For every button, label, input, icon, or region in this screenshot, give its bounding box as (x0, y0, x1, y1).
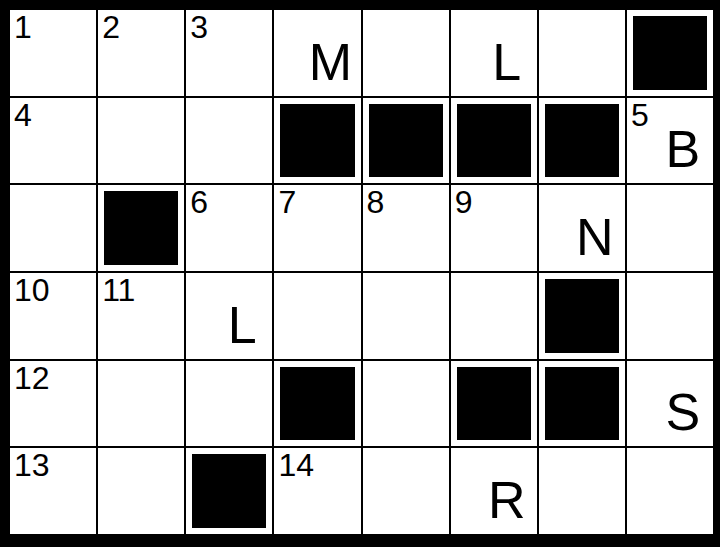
cell-letter: R (488, 474, 526, 526)
block-square (192, 454, 266, 528)
crossword-board: 123ML45B6789N1011L12S1314R (0, 0, 720, 547)
block-square (545, 367, 619, 441)
clue-number: 6 (190, 186, 208, 218)
white-cell-r1c5[interactable] (363, 10, 449, 96)
white-cell-r5c8[interactable]: S (627, 361, 713, 447)
block-cell-r2c5 (363, 98, 449, 184)
cell-letter: N (576, 211, 614, 263)
white-cell-r2c3[interactable] (186, 98, 272, 184)
clue-number: 9 (455, 186, 473, 218)
white-cell-r2c2[interactable] (98, 98, 184, 184)
block-square (545, 104, 619, 178)
white-cell-r4c3[interactable]: L (186, 273, 272, 359)
white-cell-r5c3[interactable] (186, 361, 272, 447)
block-square (457, 367, 531, 441)
white-cell-r2c8[interactable]: 5B (627, 98, 713, 184)
clue-number: 13 (14, 449, 50, 481)
clue-number: 2 (102, 11, 120, 43)
white-cell-r3c6[interactable]: 9 (451, 185, 537, 271)
block-cell-r3c2 (98, 185, 184, 271)
block-cell-r1c8 (627, 10, 713, 96)
white-cell-r6c4[interactable]: 14 (274, 448, 360, 534)
white-cell-r5c5[interactable] (363, 361, 449, 447)
white-cell-r1c7[interactable] (539, 10, 625, 96)
cell-letter: L (228, 299, 257, 351)
white-cell-r3c8[interactable] (627, 185, 713, 271)
white-cell-r5c2[interactable] (98, 361, 184, 447)
block-cell-r5c4 (274, 361, 360, 447)
block-cell-r5c7 (539, 361, 625, 447)
cell-letter: S (666, 386, 701, 438)
block-square (633, 16, 707, 90)
white-cell-r3c1[interactable] (10, 185, 96, 271)
block-square (280, 367, 354, 441)
cell-letter: B (666, 123, 701, 175)
block-cell-r2c6 (451, 98, 537, 184)
clue-number: 3 (190, 11, 208, 43)
white-cell-r6c6[interactable]: R (451, 448, 537, 534)
white-cell-r6c1[interactable]: 13 (10, 448, 96, 534)
clue-number: 5 (631, 99, 649, 131)
block-cell-r6c3 (186, 448, 272, 534)
block-square (457, 104, 531, 178)
white-cell-r6c5[interactable] (363, 448, 449, 534)
block-square (369, 104, 443, 178)
block-square (545, 279, 619, 353)
white-cell-r3c3[interactable]: 6 (186, 185, 272, 271)
white-cell-r4c5[interactable] (363, 273, 449, 359)
clue-number: 8 (367, 186, 385, 218)
white-cell-r1c4[interactable]: M (274, 10, 360, 96)
block-cell-r2c7 (539, 98, 625, 184)
clue-number: 7 (278, 186, 296, 218)
white-cell-r3c5[interactable]: 8 (363, 185, 449, 271)
white-cell-r1c3[interactable]: 3 (186, 10, 272, 96)
cell-letter: M (309, 36, 352, 88)
white-cell-r2c1[interactable]: 4 (10, 98, 96, 184)
block-cell-r2c4 (274, 98, 360, 184)
block-cell-r5c6 (451, 361, 537, 447)
clue-number: 1 (14, 11, 32, 43)
block-square (104, 191, 178, 265)
white-cell-r4c6[interactable] (451, 273, 537, 359)
white-cell-r5c1[interactable]: 12 (10, 361, 96, 447)
white-cell-r6c7[interactable] (539, 448, 625, 534)
white-cell-r4c1[interactable]: 10 (10, 273, 96, 359)
clue-number: 14 (278, 449, 314, 481)
white-cell-r4c2[interactable]: 11 (98, 273, 184, 359)
white-cell-r3c4[interactable]: 7 (274, 185, 360, 271)
white-cell-r1c2[interactable]: 2 (98, 10, 184, 96)
white-cell-r1c1[interactable]: 1 (10, 10, 96, 96)
white-cell-r1c6[interactable]: L (451, 10, 537, 96)
clue-number: 4 (14, 99, 32, 131)
block-cell-r4c7 (539, 273, 625, 359)
block-square (280, 104, 354, 178)
white-cell-r4c8[interactable] (627, 273, 713, 359)
white-cell-r3c7[interactable]: N (539, 185, 625, 271)
clue-number: 12 (14, 362, 50, 394)
white-cell-r6c8[interactable] (627, 448, 713, 534)
clue-number: 10 (14, 274, 50, 306)
white-cell-r4c4[interactable] (274, 273, 360, 359)
cell-letter: L (492, 36, 521, 88)
white-cell-r6c2[interactable] (98, 448, 184, 534)
clue-number: 11 (102, 274, 135, 306)
